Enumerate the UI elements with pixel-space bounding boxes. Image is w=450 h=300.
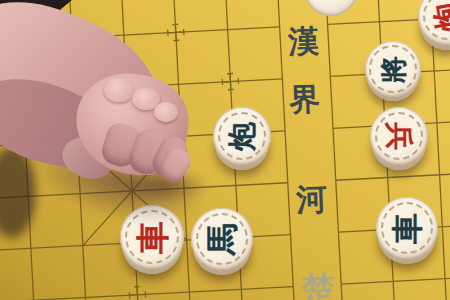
piece-black-horse[interactable]: 馬: [191, 208, 253, 270]
piece-face: 炮: [418, 0, 450, 45]
river-character-han: 漢: [287, 25, 319, 57]
piece-red-chariot[interactable]: 車: [120, 205, 184, 269]
river-character-chu: 楚: [300, 271, 335, 300]
piece-face: 車: [120, 205, 184, 269]
piece-glyph: 馬: [206, 223, 238, 255]
piece-glyph: 將: [380, 56, 407, 83]
river-character-jie: 界: [288, 83, 320, 115]
piece-glyph: 炮: [228, 122, 257, 151]
piece-face: 將: [365, 41, 421, 97]
piece-glyph: 車: [392, 213, 423, 244]
piece-glyph: 車: [136, 221, 169, 254]
piece-face: [303, 0, 359, 16]
river-character-he: 河: [295, 183, 327, 215]
piece-face: 炮: [213, 107, 271, 165]
piece-face: 兵: [370, 107, 428, 165]
piece-unknown-top-edge[interactable]: [303, 0, 359, 16]
piece-red-corner[interactable]: 炮: [418, 0, 450, 45]
piece-face: 馬: [191, 208, 253, 270]
piece-black-general[interactable]: 將: [365, 41, 421, 97]
xiangqi-photo-scene: 漢 界 河 楚 炮 將 炮 兵: [0, 0, 450, 300]
piece-glyph: 兵: [385, 122, 413, 150]
piece-face: 車: [376, 197, 438, 259]
piece-black-chariot[interactable]: 車: [376, 197, 438, 259]
piece-red-soldier[interactable]: 兵: [370, 107, 428, 165]
piece-black-cannon[interactable]: 炮: [213, 107, 271, 165]
piece-glyph: 炮: [430, 0, 450, 33]
